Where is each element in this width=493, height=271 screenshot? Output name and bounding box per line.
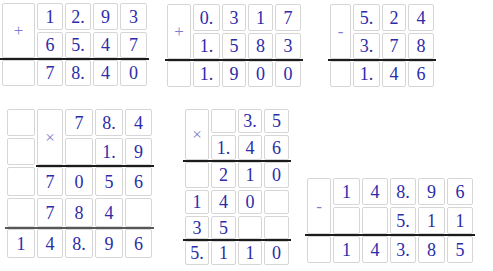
cell-r0c3: 9 [93,3,118,30]
result-cell-r2c4: 0 [120,60,147,86]
multiplication-problem-4: ×78.41.97056784148.96 [7,109,152,258]
plus-operator: + [2,3,35,58]
cell-r2c2: 0 [65,167,93,196]
cell-r0c4: 3 [120,3,147,30]
cell-r0c4: 7 [275,4,301,31]
result-cell-r2c2: 8. [65,60,91,86]
cell-r0c3: 8. [95,109,123,136]
cell-r1c3: 5. [390,207,416,234]
cell-r0c3: 5 [264,109,289,133]
cell-r0c2: 3 [222,4,246,31]
result-cell-r2c2: 9 [222,61,246,87]
cell-r2c2: 1 [238,162,262,188]
cell-r1c3: 8 [408,33,434,59]
column-arithmetic-grid: ×78.41.97056784148.96 [7,109,152,258]
result-cell-r2c1: 7 [37,60,63,86]
result-cell-r2c0 [330,61,351,87]
cell-r2c1: 2 [211,162,236,188]
cell-r1c3: 6 [264,135,289,160]
cell-r3c3: 4 [95,198,123,227]
rule-line [165,59,303,61]
times-operator: × [185,109,209,160]
rule-line [328,59,436,61]
cell-r1c2 [362,207,388,234]
cell-r0c2: 3. [238,109,262,133]
cell-r0c0 [7,109,35,136]
cell-r1c1 [333,207,360,234]
cell-r0c4: 4 [125,109,152,136]
rule-line [183,239,291,241]
addition-problem-1: +12.9365.4778.40 [2,3,147,86]
result-cell-r2c3: 4 [93,60,118,86]
cell-r3c1: 7 [37,198,63,227]
cell-r0c2: 4 [362,178,388,205]
result-cell-r5c0: 5. [185,241,209,265]
cell-r1c0 [7,138,35,165]
cell-r1c3: 4 [93,32,118,58]
cell-r0c2: 2 [382,4,406,31]
rule-line [5,227,154,229]
cell-r2c4: 6 [125,167,152,196]
cell-r1c1: 1. [193,33,220,59]
column-arithmetic-grid: -148.965.11143.85 [307,178,473,263]
cell-r3c0: 1 [185,190,209,214]
cell-r4c3 [264,216,289,239]
result-cell-r2c0 [167,61,191,87]
cell-r1c4: 3 [275,33,301,59]
result-cell-r2c1: 1 [333,236,360,263]
result-cell-r2c2: 4 [382,61,406,87]
cell-r1c1: 6 [37,32,63,58]
cell-r0c5: 6 [447,178,473,205]
rule-line [0,58,149,60]
cell-r0c1: 1 [333,178,360,205]
result-cell-r2c2: 4 [362,236,388,263]
times-operator: × [37,109,63,165]
cell-r1c1: 1. [211,135,236,160]
rule-line [305,234,475,236]
minus-operator: - [330,4,351,59]
cell-r3c0 [7,198,35,227]
cell-r2c1: 7 [37,167,63,196]
subtraction-problem-3: -5.243.781.46 [330,4,434,87]
result-cell-r2c3: 3. [390,236,416,263]
cell-r1c2: 4 [238,135,262,160]
cell-r4c1: 5 [211,216,236,239]
column-arithmetic-grid: +12.9365.4778.40 [2,3,147,86]
rule-line [183,160,291,162]
cell-r1c2 [65,138,93,165]
result-cell-r4c4: 6 [125,229,152,258]
column-arithmetic-grid: +0.3171.5831.900 [167,4,301,87]
column-arithmetic-grid: ×3.51.46210140355.110 [185,109,289,265]
result-cell-r2c0 [307,236,331,263]
cell-r2c3: 0 [264,162,289,188]
result-cell-r5c1: 1 [211,241,236,265]
result-cell-r4c0: 1 [7,229,35,258]
result-cell-r2c5: 5 [447,236,473,263]
result-cell-r4c2: 8. [65,229,93,258]
cell-r1c2: 5. [65,32,91,58]
result-cell-r4c1: 4 [37,229,63,258]
result-cell-r2c3: 6 [408,61,434,87]
cell-r1c3: 8 [248,33,273,59]
cell-r0c2: 7 [65,109,93,136]
result-cell-r2c0 [2,60,35,86]
cell-r3c3 [264,190,289,214]
cell-r1c2: 5 [222,33,246,59]
cell-r0c3: 4 [408,4,434,31]
cell-r0c4: 9 [418,178,445,205]
result-cell-r5c2: 1 [238,241,262,265]
cell-r1c4: 9 [125,138,152,165]
result-cell-r2c4: 8 [418,236,445,263]
cell-r4c2 [238,216,262,239]
cell-r2c0 [185,162,209,188]
cell-r1c2: 7 [382,33,406,59]
cell-r3c2: 0 [238,190,262,214]
multiplication-problem-5: ×3.51.46210140355.110 [185,109,289,265]
cell-r0c1: 0. [193,4,220,31]
cell-r1c4: 1 [418,207,445,234]
cell-r3c4 [125,198,152,227]
cell-r3c2: 8 [65,198,93,227]
cell-r0c3: 8. [390,178,416,205]
rule-line [36,165,154,167]
column-arithmetic-grid: -5.243.781.46 [330,4,434,87]
result-cell-r2c3: 0 [248,61,273,87]
cell-r2c0 [7,167,35,196]
cell-r1c1: 3. [353,33,380,59]
arithmetic-worksheet: +12.9365.4778.40+0.3171.5831.900-5.243.7… [0,0,493,271]
cell-r1c4: 7 [120,32,147,58]
addition-problem-2: +0.3171.5831.900 [167,4,301,87]
cell-r0c2: 2. [65,3,91,30]
cell-r3c1: 4 [211,190,236,214]
cell-r0c3: 1 [248,4,273,31]
cell-r1c5: 1 [447,207,473,234]
cell-r0c1: 5. [353,4,380,31]
subtraction-problem-6: -148.965.11143.85 [307,178,473,263]
result-cell-r5c3: 0 [264,241,289,265]
cell-r0c1: 1 [37,3,63,30]
result-cell-r4c3: 9 [95,229,123,258]
cell-r1c3: 1. [95,138,123,165]
minus-operator: - [307,178,331,234]
result-cell-r2c1: 1. [353,61,380,87]
plus-operator: + [167,4,191,59]
cell-r2c3: 5 [95,167,123,196]
cell-r0c1 [211,109,236,133]
result-cell-r2c1: 1. [193,61,220,87]
cell-r4c0: 3 [185,216,209,239]
result-cell-r2c4: 0 [275,61,301,87]
